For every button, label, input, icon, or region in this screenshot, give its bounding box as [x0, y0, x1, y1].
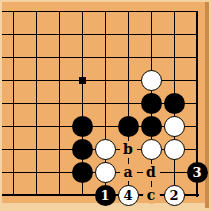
- hoshi-point: [79, 77, 86, 84]
- white-stone: [95, 139, 116, 160]
- move-number: 2: [169, 185, 178, 206]
- white-stone: [164, 139, 185, 160]
- black-stone-cell: [140, 115, 163, 138]
- white-stone: [141, 70, 162, 91]
- go-board-grid: 3142badc: [2, 0, 209, 207]
- black-stone-cell: [140, 92, 163, 115]
- point-label-d: d: [143, 164, 160, 181]
- black-stone: [141, 116, 162, 137]
- point-label-a: a: [120, 164, 137, 181]
- white-stone-move-4: 4: [118, 185, 139, 206]
- move-number: 1: [100, 185, 109, 206]
- black-stone-cell: [117, 115, 140, 138]
- labeled-point-cell: c: [140, 184, 163, 207]
- white-stone: [141, 139, 162, 160]
- black-stone-cell: [71, 138, 94, 161]
- move-number: 3: [192, 162, 201, 183]
- black-stone: [141, 93, 162, 114]
- white-stone: [95, 162, 116, 183]
- hoshi-cell: [71, 69, 94, 92]
- go-diagram: 3142badc: [0, 0, 211, 211]
- white-stone-cell: [163, 115, 186, 138]
- black-stone: [72, 139, 93, 160]
- white-stone-cell: [140, 69, 163, 92]
- black-stone: [72, 116, 93, 137]
- black-stone: [118, 116, 139, 137]
- white-stone-cell: 2: [163, 184, 186, 207]
- white-stone-cell: [94, 161, 117, 184]
- white-stone-cell: [94, 138, 117, 161]
- white-stone-move-2: 2: [164, 185, 185, 206]
- black-stone-cell: [71, 115, 94, 138]
- white-stone-cell: 4: [117, 184, 140, 207]
- black-stone: [72, 162, 93, 183]
- black-stone-cell: 3: [186, 161, 209, 184]
- white-stone: [164, 116, 185, 137]
- black-stone-cell: 1: [94, 184, 117, 207]
- white-stone-cell: [163, 138, 186, 161]
- black-stone-move-1: 1: [95, 185, 116, 206]
- black-stone-cell: [71, 161, 94, 184]
- black-stone-move-3: 3: [187, 162, 208, 183]
- move-number: 4: [123, 185, 132, 206]
- labeled-point-cell: b: [117, 138, 140, 161]
- point-label-b: b: [120, 141, 137, 158]
- labeled-point-cell: a: [117, 161, 140, 184]
- labeled-point-cell: d: [140, 161, 163, 184]
- point-label-c: c: [143, 187, 160, 204]
- white-stone-cell: [140, 138, 163, 161]
- black-stone-cell: [163, 92, 186, 115]
- black-stone: [164, 93, 185, 114]
